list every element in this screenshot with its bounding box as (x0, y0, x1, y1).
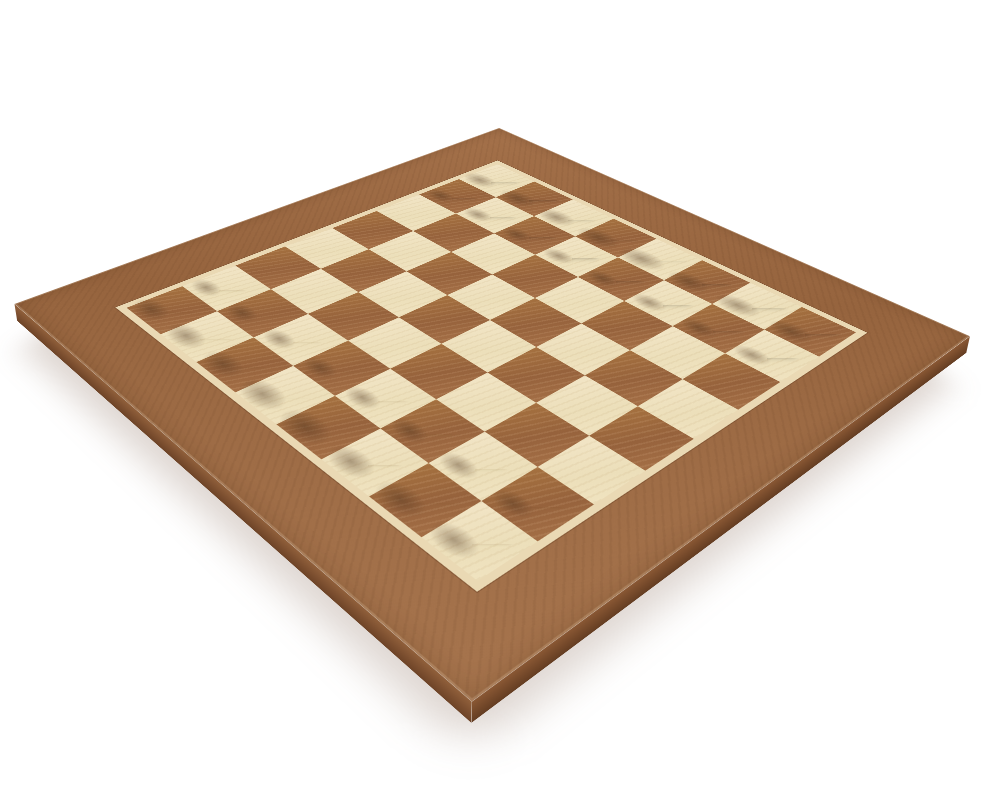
perspective-container: ♜♞♝♛♚♝♞♜♟♟♟♟♟♟♟♟♟♟♟♟♟♟♟♟♜♞♝♛♚♝♞♜ (0, 0, 1000, 800)
pawn-glyph: ♟ (723, 272, 811, 370)
rook-glyph: ♜ (407, 417, 537, 561)
product-photo: Three-quarter product photograph of a wo… (0, 0, 1000, 800)
